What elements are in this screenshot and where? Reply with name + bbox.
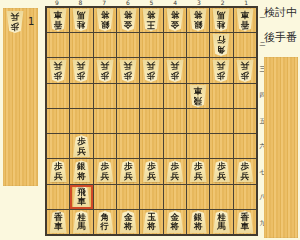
piece-sente-香車[interactable]: 香車 [236,211,254,233]
piece-sente-歩兵[interactable]: 歩兵 [96,160,114,182]
square-31[interactable]: 銀将 [187,8,209,32]
square-76[interactable] [94,134,116,158]
square-42[interactable] [164,33,186,57]
square-55[interactable] [140,109,162,133]
square-24[interactable] [210,84,232,108]
square-35[interactable] [187,109,209,133]
square-86[interactable]: 歩兵 [70,134,92,158]
square-94[interactable] [47,84,69,108]
square-41[interactable]: 金将 [164,8,186,32]
piece-sente-金将[interactable]: 金将 [119,211,137,233]
square-67[interactable]: 歩兵 [117,159,139,183]
square-56[interactable] [140,134,162,158]
square-93[interactable]: 歩兵 [47,58,69,82]
piece-sente-歩兵[interactable]: 歩兵 [119,160,137,182]
piece-gote-歩兵[interactable]: 歩兵 [72,60,90,82]
square-27[interactable]: 歩兵 [210,159,232,183]
square-73[interactable]: 歩兵 [94,58,116,82]
piece-gote-銀将[interactable]: 銀将 [189,9,207,31]
square-91[interactable]: 香車 [47,8,69,32]
square-84[interactable] [70,84,92,108]
square-12[interactable] [234,33,256,57]
square-11[interactable]: 香車 [234,8,256,32]
square-64[interactable] [117,84,139,108]
shogi-app-window: 歩兵1 987654321 香車桂馬銀将金将王将金将銀将桂馬香車角行歩兵歩兵歩兵… [0,0,300,240]
piece-gote-桂馬[interactable]: 桂馬 [212,9,230,31]
piece-gote-歩兵[interactable]: 歩兵 [212,60,230,82]
square-28[interactable] [210,185,232,209]
square-72[interactable] [94,33,116,57]
square-74[interactable] [94,84,116,108]
sente-hand-tray[interactable] [264,57,298,238]
piece-gote-歩兵[interactable]: 歩兵 [119,60,137,82]
square-83[interactable]: 歩兵 [70,58,92,82]
square-52[interactable] [140,33,162,57]
piece-gote-歩兵[interactable]: 歩兵 [49,60,67,82]
square-92[interactable] [47,33,69,57]
square-22[interactable]: 角行 [210,33,232,57]
piece-sente-歩兵[interactable]: 歩兵 [72,135,90,157]
piece-gote-歩兵[interactable]: 歩兵 [236,60,254,82]
square-89[interactable]: 桂馬 [70,210,92,234]
square-96[interactable] [47,134,69,158]
square-37[interactable]: 歩兵 [187,159,209,183]
square-65[interactable] [117,109,139,133]
piece-sente-銀将[interactable]: 銀将 [189,211,207,233]
piece-sente-歩兵[interactable]: 歩兵 [189,160,207,182]
square-95[interactable] [47,109,69,133]
square-44[interactable] [164,84,186,108]
square-34[interactable]: 飛車 [187,84,209,108]
piece-gote-金将[interactable]: 金将 [119,9,137,31]
square-78[interactable] [94,185,116,209]
gote-hand-piece[interactable]: 歩兵1 [6,11,38,33]
square-98[interactable] [47,185,69,209]
piece-sente-角行[interactable]: 角行 [96,211,114,233]
square-97[interactable]: 歩兵 [47,159,69,183]
piece-gote-歩兵[interactable]: 歩兵 [166,60,184,82]
square-13[interactable]: 歩兵 [234,58,256,82]
status-panel: 検討中 後手番 [264,7,300,57]
square-68[interactable] [117,185,139,209]
square-63[interactable]: 歩兵 [117,58,139,82]
square-32[interactable] [187,33,209,57]
square-39[interactable]: 銀将 [187,210,209,234]
square-26[interactable] [210,134,232,158]
status-analyzing: 検討中 [264,7,300,19]
square-71[interactable]: 銀将 [94,8,116,32]
shogi-board: 香車桂馬銀将金将王将金将銀将桂馬香車角行歩兵歩兵歩兵歩兵歩兵歩兵歩兵歩兵飛車歩兵… [45,6,258,236]
square-43[interactable]: 歩兵 [164,58,186,82]
piece-gote-歩兵[interactable]: 歩兵 [6,11,24,33]
square-51[interactable]: 王将 [140,8,162,32]
square-49[interactable]: 金将 [164,210,186,234]
square-77[interactable]: 歩兵 [94,159,116,183]
status-turn: 後手番 [264,32,300,44]
piece-sente-飛車[interactable]: 飛車 [72,186,90,208]
square-53[interactable]: 歩兵 [140,58,162,82]
square-88[interactable]: 飛車 [70,185,92,209]
square-99[interactable]: 香車 [47,210,69,234]
square-48[interactable] [164,185,186,209]
piece-sente-歩兵[interactable]: 歩兵 [212,160,230,182]
square-18[interactable] [234,185,256,209]
piece-sente-歩兵[interactable]: 歩兵 [236,160,254,182]
square-16[interactable] [234,134,256,158]
piece-sente-歩兵[interactable]: 歩兵 [142,160,160,182]
square-38[interactable] [187,185,209,209]
square-29[interactable]: 桂馬 [210,210,232,234]
square-69[interactable]: 金将 [117,210,139,234]
piece-sente-金将[interactable]: 金将 [166,211,184,233]
square-25[interactable] [210,109,232,133]
piece-gote-王将[interactable]: 王将 [142,9,160,31]
piece-gote-桂馬[interactable]: 桂馬 [72,9,90,31]
square-57[interactable]: 歩兵 [140,159,162,183]
square-66[interactable] [117,134,139,158]
piece-gote-歩兵[interactable]: 歩兵 [142,60,160,82]
square-21[interactable]: 桂馬 [210,8,232,32]
square-54[interactable] [140,84,162,108]
piece-gote-香車[interactable]: 香車 [49,9,67,31]
piece-gote-香車[interactable]: 香車 [236,9,254,31]
square-62[interactable] [117,33,139,57]
square-82[interactable] [70,33,92,57]
square-19[interactable]: 香車 [234,210,256,234]
piece-sente-香車[interactable]: 香車 [49,211,67,233]
piece-gote-歩兵[interactable]: 歩兵 [96,60,114,82]
square-79[interactable]: 角行 [94,210,116,234]
square-47[interactable]: 歩兵 [164,159,186,183]
square-58[interactable] [140,185,162,209]
square-75[interactable] [94,109,116,133]
piece-gote-金将[interactable]: 金将 [166,9,184,31]
square-59[interactable]: 玉将 [140,210,162,234]
gote-hand-count: 1 [28,11,34,33]
piece-sente-銀将[interactable]: 銀将 [72,160,90,182]
gote-hand-tray[interactable]: 歩兵1 [3,8,38,186]
piece-gote-角行[interactable]: 角行 [212,34,230,56]
square-17[interactable]: 歩兵 [234,159,256,183]
square-23[interactable]: 歩兵 [210,58,232,82]
square-85[interactable] [70,109,92,133]
square-36[interactable] [187,134,209,158]
piece-gote-飛車[interactable]: 飛車 [189,85,207,107]
square-81[interactable]: 桂馬 [70,8,92,32]
piece-sente-歩兵[interactable]: 歩兵 [166,160,184,182]
piece-sente-桂馬[interactable]: 桂馬 [212,211,230,233]
square-15[interactable] [234,109,256,133]
piece-gote-銀将[interactable]: 銀将 [96,9,114,31]
square-61[interactable]: 金将 [117,8,139,32]
square-46[interactable] [164,134,186,158]
piece-sente-歩兵[interactable]: 歩兵 [49,160,67,182]
piece-sente-桂馬[interactable]: 桂馬 [72,211,90,233]
square-33[interactable] [187,58,209,82]
square-87[interactable]: 銀将 [70,159,92,183]
piece-sente-玉将[interactable]: 玉将 [142,211,160,233]
square-14[interactable] [234,84,256,108]
square-45[interactable] [164,109,186,133]
